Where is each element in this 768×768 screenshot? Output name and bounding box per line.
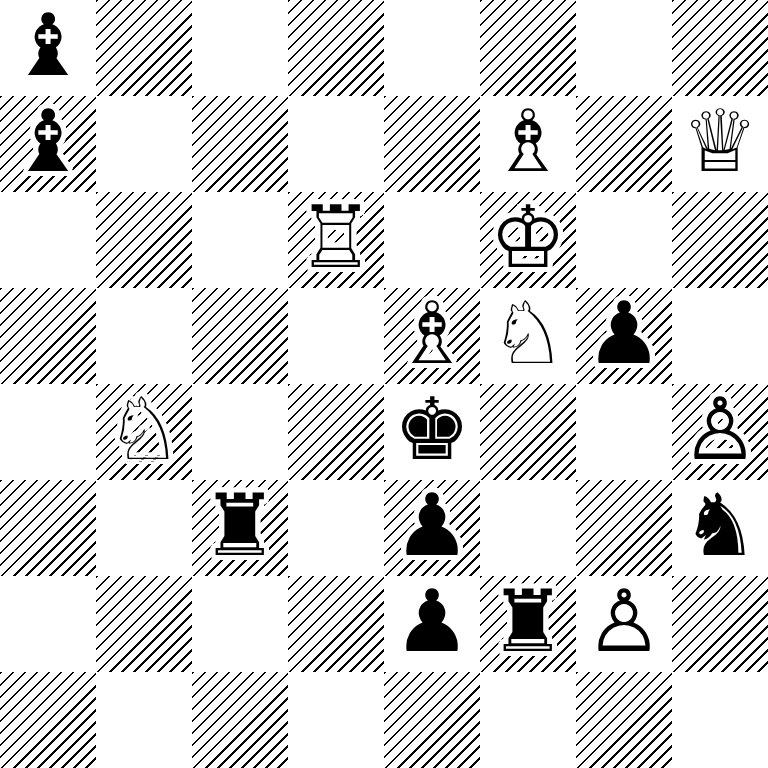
black-bishop-icon: ♝: [9, 0, 86, 93]
square-h5[interactable]: [672, 288, 768, 384]
square-a2[interactable]: [0, 576, 96, 672]
square-e6[interactable]: [384, 192, 480, 288]
chess-board: ♝♝♗♕♖♔♗♘♟♘♚♙♜♟♞♟♜♙: [0, 0, 768, 768]
square-a3[interactable]: [0, 480, 96, 576]
square-g8[interactable]: [576, 0, 672, 96]
square-h1[interactable]: [672, 672, 768, 768]
square-b4[interactable]: ♘: [96, 384, 192, 480]
square-a7[interactable]: ♝: [0, 96, 96, 192]
square-a6[interactable]: [0, 192, 96, 288]
square-c5[interactable]: [192, 288, 288, 384]
square-f5[interactable]: ♘: [480, 288, 576, 384]
square-d3[interactable]: [288, 480, 384, 576]
square-c2[interactable]: [192, 576, 288, 672]
square-b3[interactable]: [96, 480, 192, 576]
square-f8[interactable]: [480, 0, 576, 96]
square-g3[interactable]: [576, 480, 672, 576]
black-rook-icon: ♜: [489, 576, 566, 669]
square-f4[interactable]: [480, 384, 576, 480]
square-a4[interactable]: [0, 384, 96, 480]
square-c8[interactable]: [192, 0, 288, 96]
square-f7[interactable]: ♗: [480, 96, 576, 192]
square-g5[interactable]: ♟: [576, 288, 672, 384]
square-h6[interactable]: [672, 192, 768, 288]
square-e7[interactable]: [384, 96, 480, 192]
white-rook-icon: ♖: [297, 192, 374, 285]
square-f1[interactable]: [480, 672, 576, 768]
square-h2[interactable]: [672, 576, 768, 672]
white-pawn-icon: ♙: [681, 384, 758, 477]
square-d1[interactable]: [288, 672, 384, 768]
square-c7[interactable]: [192, 96, 288, 192]
square-c6[interactable]: [192, 192, 288, 288]
black-bishop-icon: ♝: [9, 96, 86, 189]
square-g1[interactable]: [576, 672, 672, 768]
white-queen-icon: ♕: [681, 96, 758, 189]
square-g6[interactable]: [576, 192, 672, 288]
square-b6[interactable]: [96, 192, 192, 288]
square-f3[interactable]: [480, 480, 576, 576]
square-d5[interactable]: [288, 288, 384, 384]
square-e4[interactable]: ♚: [384, 384, 480, 480]
square-h3[interactable]: ♞: [672, 480, 768, 576]
black-knight-icon: ♞: [681, 480, 758, 573]
square-e2[interactable]: ♟: [384, 576, 480, 672]
square-h8[interactable]: [672, 0, 768, 96]
square-b1[interactable]: [96, 672, 192, 768]
white-bishop-icon: ♗: [393, 288, 470, 381]
square-a8[interactable]: ♝: [0, 0, 96, 96]
square-a5[interactable]: [0, 288, 96, 384]
black-rook-icon: ♜: [201, 480, 278, 573]
square-a1[interactable]: [0, 672, 96, 768]
white-knight-icon: ♘: [489, 288, 566, 381]
square-c3[interactable]: ♜: [192, 480, 288, 576]
square-b5[interactable]: [96, 288, 192, 384]
black-pawn-icon: ♟: [585, 288, 662, 381]
square-e5[interactable]: ♗: [384, 288, 480, 384]
square-e8[interactable]: [384, 0, 480, 96]
square-f6[interactable]: ♔: [480, 192, 576, 288]
square-f2[interactable]: ♜: [480, 576, 576, 672]
square-g4[interactable]: [576, 384, 672, 480]
square-d2[interactable]: [288, 576, 384, 672]
square-e1[interactable]: [384, 672, 480, 768]
square-b8[interactable]: [96, 0, 192, 96]
square-e3[interactable]: ♟: [384, 480, 480, 576]
white-king-icon: ♔: [489, 192, 566, 285]
square-g7[interactable]: [576, 96, 672, 192]
square-c4[interactable]: [192, 384, 288, 480]
black-pawn-icon: ♟: [393, 480, 470, 573]
white-pawn-icon: ♙: [585, 576, 662, 669]
square-b2[interactable]: [96, 576, 192, 672]
square-d7[interactable]: [288, 96, 384, 192]
square-d8[interactable]: [288, 0, 384, 96]
black-pawn-icon: ♟: [393, 576, 470, 669]
white-knight-icon: ♘: [105, 384, 182, 477]
square-g2[interactable]: ♙: [576, 576, 672, 672]
square-h7[interactable]: ♕: [672, 96, 768, 192]
square-d6[interactable]: ♖: [288, 192, 384, 288]
square-c1[interactable]: [192, 672, 288, 768]
square-b7[interactable]: [96, 96, 192, 192]
square-d4[interactable]: [288, 384, 384, 480]
black-king-icon: ♚: [393, 384, 470, 477]
white-bishop-icon: ♗: [489, 96, 566, 189]
square-h4[interactable]: ♙: [672, 384, 768, 480]
